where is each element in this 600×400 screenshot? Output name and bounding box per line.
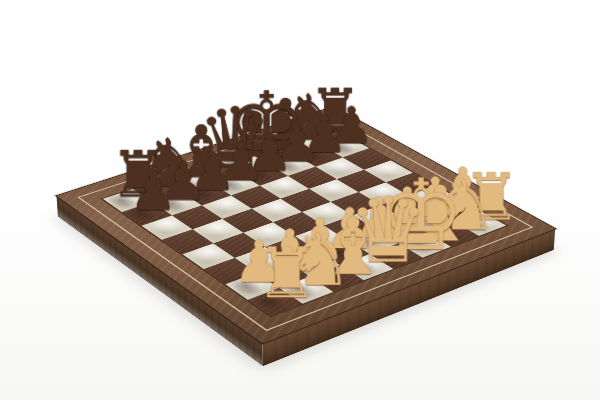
chess-board: ♜♟♟♜♞♟♟♞♝♟♟♝♚♟♟♚♛♟♟♛♝♟♟♝♞♟♟♞♜♟♟♜ (57, 107, 556, 344)
piece-white-rook-a1[interactable]: ♜ (256, 239, 295, 308)
piece-black-pawn-a7[interactable]: ♟ (129, 165, 165, 219)
square-a6[interactable] (142, 216, 193, 240)
square-a1[interactable]: ♜ (248, 288, 303, 316)
square-a7[interactable]: ♟ (122, 202, 172, 226)
square-c6[interactable] (202, 195, 252, 218)
chess-set-product-photo: ♜♟♟♜♞♟♟♞♝♟♟♝♚♟♟♚♛♟♟♛♝♟♟♝♞♟♟♞♜♟♟♜ (0, 0, 600, 400)
